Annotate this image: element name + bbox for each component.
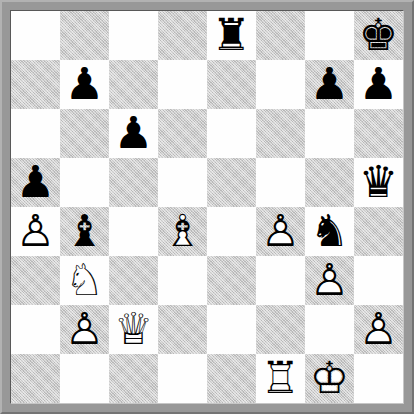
pawn-glyph: ♙: [65, 307, 104, 351]
square-a2[interactable]: [11, 305, 60, 354]
square-d5[interactable]: [158, 158, 207, 207]
square-d4[interactable]: ♝♗: [158, 207, 207, 256]
square-c3[interactable]: [109, 256, 158, 305]
square-f8[interactable]: [256, 11, 305, 60]
square-c8[interactable]: [109, 11, 158, 60]
pawn-glyph: ♙: [310, 258, 349, 302]
square-b6[interactable]: [60, 109, 109, 158]
square-d2[interactable]: [158, 305, 207, 354]
square-f1[interactable]: ♜♖: [256, 354, 305, 403]
piece-black-rook[interactable]: ♜: [212, 13, 251, 57]
square-a6[interactable]: [11, 109, 60, 158]
square-a8[interactable]: [11, 11, 60, 60]
piece-black-pawn[interactable]: ♟: [16, 160, 55, 204]
square-h2[interactable]: ♟♙: [354, 305, 403, 354]
square-h6[interactable]: [354, 109, 403, 158]
square-h4[interactable]: [354, 207, 403, 256]
pawn-glyph: ♙: [16, 209, 55, 253]
square-e7[interactable]: [207, 60, 256, 109]
queen-glyph: ♕: [114, 307, 153, 351]
square-f3[interactable]: [256, 256, 305, 305]
square-b8[interactable]: [60, 11, 109, 60]
square-f4[interactable]: ♟♙: [256, 207, 305, 256]
square-d1[interactable]: [158, 354, 207, 403]
piece-black-pawn[interactable]: ♟: [310, 62, 349, 106]
piece-white-pawn[interactable]: ♟♙: [261, 209, 300, 253]
square-g7[interactable]: ♟: [305, 60, 354, 109]
square-b5[interactable]: [60, 158, 109, 207]
square-b4[interactable]: ♝: [60, 207, 109, 256]
square-d8[interactable]: [158, 11, 207, 60]
square-g5[interactable]: [305, 158, 354, 207]
knight-glyph: ♘: [65, 258, 104, 302]
square-f5[interactable]: [256, 158, 305, 207]
square-d7[interactable]: [158, 60, 207, 109]
chess-board-frame: ♜♚♟♟♟♟♟♛♟♙♝♝♗♟♙♞♞♘♟♙♟♙♛♕♟♙♜♖♚♔: [0, 0, 414, 414]
piece-white-king[interactable]: ♚♔: [310, 356, 349, 400]
square-a5[interactable]: ♟: [11, 158, 60, 207]
piece-white-queen[interactable]: ♛♕: [114, 307, 153, 351]
piece-white-pawn[interactable]: ♟♙: [310, 258, 349, 302]
piece-black-king[interactable]: ♚: [359, 13, 398, 57]
square-g8[interactable]: [305, 11, 354, 60]
piece-black-queen[interactable]: ♛: [359, 160, 398, 204]
piece-black-pawn[interactable]: ♟: [114, 111, 153, 155]
square-h1[interactable]: [354, 354, 403, 403]
chess-board: ♜♚♟♟♟♟♟♛♟♙♝♝♗♟♙♞♞♘♟♙♟♙♛♕♟♙♜♖♚♔: [10, 10, 404, 404]
piece-black-bishop[interactable]: ♝: [65, 209, 104, 253]
square-c1[interactable]: [109, 354, 158, 403]
square-f7[interactable]: [256, 60, 305, 109]
square-e8[interactable]: ♜: [207, 11, 256, 60]
king-glyph: ♔: [310, 356, 349, 400]
square-e4[interactable]: [207, 207, 256, 256]
square-a3[interactable]: [11, 256, 60, 305]
square-a7[interactable]: [11, 60, 60, 109]
piece-white-pawn[interactable]: ♟♙: [359, 307, 398, 351]
bishop-glyph: ♗: [163, 209, 202, 253]
square-h7[interactable]: ♟: [354, 60, 403, 109]
pawn-glyph: ♙: [261, 209, 300, 253]
square-c7[interactable]: [109, 60, 158, 109]
square-e5[interactable]: [207, 158, 256, 207]
square-b1[interactable]: [60, 354, 109, 403]
square-a1[interactable]: [11, 354, 60, 403]
rook-glyph: ♖: [261, 356, 300, 400]
square-a4[interactable]: ♟♙: [11, 207, 60, 256]
square-f6[interactable]: [256, 109, 305, 158]
square-b2[interactable]: ♟♙: [60, 305, 109, 354]
piece-white-bishop[interactable]: ♝♗: [163, 209, 202, 253]
square-h5[interactable]: ♛: [354, 158, 403, 207]
piece-white-pawn[interactable]: ♟♙: [16, 209, 55, 253]
square-c2[interactable]: ♛♕: [109, 305, 158, 354]
pawn-glyph: ♙: [359, 307, 398, 351]
piece-black-pawn[interactable]: ♟: [65, 62, 104, 106]
square-e6[interactable]: [207, 109, 256, 158]
square-h3[interactable]: [354, 256, 403, 305]
square-c6[interactable]: ♟: [109, 109, 158, 158]
square-e3[interactable]: [207, 256, 256, 305]
square-h8[interactable]: ♚: [354, 11, 403, 60]
piece-black-pawn[interactable]: ♟: [359, 62, 398, 106]
square-c5[interactable]: [109, 158, 158, 207]
square-f2[interactable]: [256, 305, 305, 354]
square-g6[interactable]: [305, 109, 354, 158]
square-e1[interactable]: [207, 354, 256, 403]
square-g3[interactable]: ♟♙: [305, 256, 354, 305]
piece-white-knight[interactable]: ♞♘: [65, 258, 104, 302]
square-e2[interactable]: [207, 305, 256, 354]
square-d3[interactable]: [158, 256, 207, 305]
piece-white-rook[interactable]: ♜♖: [261, 356, 300, 400]
square-g1[interactable]: ♚♔: [305, 354, 354, 403]
square-b7[interactable]: ♟: [60, 60, 109, 109]
piece-black-knight[interactable]: ♞: [310, 209, 349, 253]
square-c4[interactable]: [109, 207, 158, 256]
piece-white-pawn[interactable]: ♟♙: [65, 307, 104, 351]
square-g2[interactable]: [305, 305, 354, 354]
square-g4[interactable]: ♞: [305, 207, 354, 256]
square-d6[interactable]: [158, 109, 207, 158]
square-b3[interactable]: ♞♘: [60, 256, 109, 305]
